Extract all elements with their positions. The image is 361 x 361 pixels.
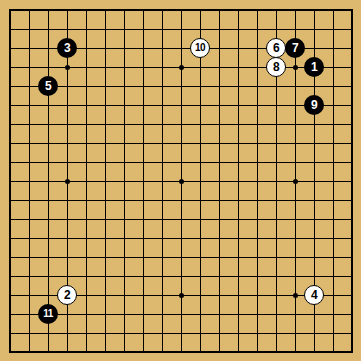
intersection[interactable]	[343, 58, 361, 77]
intersection[interactable]	[115, 96, 134, 115]
intersection[interactable]	[20, 77, 39, 96]
intersection[interactable]	[343, 20, 361, 39]
intersection[interactable]	[172, 172, 191, 191]
stone-black-1[interactable]: 1	[304, 57, 324, 77]
stone-white-6[interactable]: 6	[266, 38, 286, 58]
intersection[interactable]	[58, 172, 77, 191]
intersection[interactable]	[305, 305, 324, 324]
intersection[interactable]	[134, 153, 153, 172]
intersection[interactable]	[191, 20, 210, 39]
intersection[interactable]	[324, 210, 343, 229]
intersection[interactable]	[229, 343, 248, 361]
intersection[interactable]	[153, 134, 172, 153]
stone-white-8[interactable]: 8	[266, 57, 286, 77]
intersection[interactable]	[286, 229, 305, 248]
intersection[interactable]	[115, 172, 134, 191]
intersection[interactable]	[115, 1, 134, 20]
intersection[interactable]	[267, 305, 286, 324]
intersection[interactable]	[210, 210, 229, 229]
intersection[interactable]	[229, 134, 248, 153]
intersection[interactable]	[115, 77, 134, 96]
intersection[interactable]	[248, 96, 267, 115]
stone-white-10[interactable]: 10	[190, 38, 210, 58]
intersection[interactable]	[305, 39, 324, 58]
intersection[interactable]	[172, 305, 191, 324]
intersection[interactable]	[96, 20, 115, 39]
intersection[interactable]	[1, 115, 20, 134]
intersection[interactable]	[267, 20, 286, 39]
intersection[interactable]	[191, 134, 210, 153]
intersection[interactable]	[286, 343, 305, 361]
intersection[interactable]	[134, 1, 153, 20]
intersection[interactable]	[115, 248, 134, 267]
intersection[interactable]: 7	[286, 39, 305, 58]
intersection[interactable]	[248, 267, 267, 286]
intersection[interactable]	[267, 267, 286, 286]
intersection[interactable]	[324, 191, 343, 210]
intersection[interactable]	[172, 77, 191, 96]
intersection[interactable]	[305, 343, 324, 361]
intersection[interactable]	[324, 267, 343, 286]
intersection[interactable]	[248, 324, 267, 343]
intersection[interactable]	[115, 210, 134, 229]
intersection[interactable]	[77, 343, 96, 361]
stone-black-7[interactable]: 7	[285, 38, 305, 58]
intersection[interactable]	[58, 20, 77, 39]
intersection[interactable]	[134, 134, 153, 153]
intersection[interactable]	[229, 191, 248, 210]
intersection[interactable]	[39, 191, 58, 210]
intersection[interactable]	[343, 191, 361, 210]
intersection[interactable]	[305, 191, 324, 210]
intersection[interactable]	[58, 248, 77, 267]
intersection[interactable]	[1, 343, 20, 361]
intersection[interactable]	[77, 191, 96, 210]
intersection[interactable]	[77, 286, 96, 305]
intersection[interactable]	[1, 172, 20, 191]
intersection[interactable]	[96, 153, 115, 172]
intersection[interactable]	[153, 172, 172, 191]
intersection[interactable]	[343, 267, 361, 286]
intersection[interactable]	[77, 248, 96, 267]
intersection[interactable]	[248, 115, 267, 134]
intersection[interactable]	[20, 20, 39, 39]
intersection[interactable]	[191, 58, 210, 77]
intersection[interactable]	[1, 210, 20, 229]
intersection[interactable]	[267, 343, 286, 361]
intersection[interactable]	[305, 77, 324, 96]
intersection[interactable]	[210, 134, 229, 153]
intersection[interactable]	[77, 96, 96, 115]
intersection[interactable]	[248, 39, 267, 58]
intersection[interactable]	[39, 343, 58, 361]
intersection[interactable]	[39, 324, 58, 343]
intersection[interactable]	[77, 20, 96, 39]
intersection[interactable]	[343, 115, 361, 134]
intersection[interactable]	[96, 58, 115, 77]
intersection[interactable]	[248, 153, 267, 172]
intersection[interactable]	[153, 153, 172, 172]
intersection[interactable]	[39, 58, 58, 77]
intersection[interactable]	[134, 191, 153, 210]
intersection[interactable]	[343, 1, 361, 20]
intersection[interactable]	[58, 229, 77, 248]
intersection[interactable]	[153, 96, 172, 115]
intersection[interactable]	[153, 20, 172, 39]
intersection[interactable]	[343, 172, 361, 191]
intersection[interactable]	[286, 172, 305, 191]
intersection[interactable]	[343, 96, 361, 115]
intersection[interactable]	[153, 229, 172, 248]
intersection[interactable]	[229, 267, 248, 286]
intersection[interactable]	[248, 305, 267, 324]
intersection[interactable]	[96, 343, 115, 361]
intersection[interactable]	[1, 77, 20, 96]
intersection[interactable]	[191, 115, 210, 134]
intersection[interactable]	[172, 229, 191, 248]
intersection[interactable]	[115, 305, 134, 324]
intersection[interactable]: 8	[267, 58, 286, 77]
intersection[interactable]	[134, 39, 153, 58]
intersection[interactable]	[96, 324, 115, 343]
intersection[interactable]	[115, 191, 134, 210]
intersection[interactable]	[267, 286, 286, 305]
intersection[interactable]	[248, 229, 267, 248]
intersection[interactable]	[1, 1, 20, 20]
intersection[interactable]	[172, 58, 191, 77]
intersection[interactable]	[210, 324, 229, 343]
intersection[interactable]	[77, 115, 96, 134]
intersection[interactable]	[153, 343, 172, 361]
intersection[interactable]	[153, 286, 172, 305]
intersection[interactable]	[58, 305, 77, 324]
intersection[interactable]: 4	[305, 286, 324, 305]
intersection[interactable]	[115, 267, 134, 286]
intersection[interactable]	[39, 248, 58, 267]
intersection[interactable]	[58, 210, 77, 229]
intersection[interactable]	[153, 248, 172, 267]
intersection[interactable]	[134, 286, 153, 305]
intersection[interactable]	[305, 248, 324, 267]
intersection[interactable]	[343, 39, 361, 58]
intersection[interactable]: 11	[39, 305, 58, 324]
intersection[interactable]	[267, 191, 286, 210]
intersection[interactable]	[248, 172, 267, 191]
intersection[interactable]	[210, 229, 229, 248]
intersection[interactable]	[1, 96, 20, 115]
intersection[interactable]	[58, 267, 77, 286]
intersection[interactable]	[115, 286, 134, 305]
stone-white-4[interactable]: 4	[304, 285, 324, 305]
intersection[interactable]	[267, 229, 286, 248]
intersection[interactable]	[229, 96, 248, 115]
intersection[interactable]	[77, 210, 96, 229]
intersection[interactable]	[20, 39, 39, 58]
intersection[interactable]	[77, 324, 96, 343]
intersection[interactable]	[324, 248, 343, 267]
intersection[interactable]	[210, 267, 229, 286]
intersection[interactable]	[305, 1, 324, 20]
intersection[interactable]	[191, 343, 210, 361]
intersection[interactable]	[286, 77, 305, 96]
intersection[interactable]	[134, 248, 153, 267]
intersection[interactable]	[210, 191, 229, 210]
intersection[interactable]	[58, 96, 77, 115]
intersection[interactable]	[305, 20, 324, 39]
intersection[interactable]	[229, 77, 248, 96]
stone-white-2[interactable]: 2	[57, 285, 77, 305]
intersection[interactable]	[248, 210, 267, 229]
intersection[interactable]	[267, 153, 286, 172]
intersection[interactable]	[305, 229, 324, 248]
intersection[interactable]	[267, 248, 286, 267]
intersection[interactable]	[1, 191, 20, 210]
intersection[interactable]	[324, 305, 343, 324]
intersection[interactable]	[210, 58, 229, 77]
intersection[interactable]	[20, 305, 39, 324]
intersection[interactable]	[134, 20, 153, 39]
intersection[interactable]	[153, 39, 172, 58]
intersection[interactable]	[20, 58, 39, 77]
intersection[interactable]	[153, 267, 172, 286]
intersection[interactable]	[267, 77, 286, 96]
intersection[interactable]: 2	[58, 286, 77, 305]
intersection[interactable]	[191, 77, 210, 96]
intersection[interactable]	[286, 248, 305, 267]
intersection[interactable]	[305, 134, 324, 153]
intersection[interactable]	[153, 324, 172, 343]
intersection[interactable]	[134, 115, 153, 134]
intersection[interactable]	[172, 20, 191, 39]
intersection[interactable]	[210, 20, 229, 39]
intersection[interactable]	[172, 134, 191, 153]
intersection[interactable]	[267, 324, 286, 343]
intersection[interactable]	[153, 305, 172, 324]
intersection[interactable]	[210, 115, 229, 134]
intersection[interactable]	[210, 343, 229, 361]
intersection[interactable]	[134, 229, 153, 248]
intersection[interactable]	[134, 267, 153, 286]
intersection[interactable]	[191, 286, 210, 305]
intersection[interactable]	[343, 286, 361, 305]
intersection[interactable]	[343, 153, 361, 172]
intersection[interactable]	[267, 210, 286, 229]
intersection[interactable]	[343, 134, 361, 153]
intersection[interactable]	[248, 77, 267, 96]
intersection[interactable]	[58, 343, 77, 361]
intersection[interactable]	[20, 153, 39, 172]
intersection[interactable]	[324, 134, 343, 153]
intersection[interactable]	[96, 229, 115, 248]
intersection[interactable]	[343, 248, 361, 267]
intersection[interactable]	[58, 77, 77, 96]
intersection[interactable]	[172, 115, 191, 134]
intersection[interactable]	[1, 267, 20, 286]
intersection[interactable]	[172, 96, 191, 115]
intersection[interactable]	[229, 115, 248, 134]
intersection[interactable]	[20, 229, 39, 248]
intersection[interactable]	[210, 153, 229, 172]
intersection[interactable]	[210, 172, 229, 191]
intersection[interactable]	[229, 305, 248, 324]
intersection[interactable]	[324, 58, 343, 77]
intersection[interactable]	[134, 77, 153, 96]
intersection[interactable]	[39, 1, 58, 20]
intersection[interactable]	[210, 248, 229, 267]
intersection[interactable]	[20, 172, 39, 191]
intersection[interactable]	[248, 343, 267, 361]
intersection[interactable]	[229, 20, 248, 39]
intersection[interactable]	[115, 229, 134, 248]
intersection[interactable]	[286, 210, 305, 229]
intersection[interactable]	[20, 267, 39, 286]
intersection[interactable]: 6	[267, 39, 286, 58]
intersection[interactable]	[134, 324, 153, 343]
intersection[interactable]	[1, 20, 20, 39]
intersection[interactable]	[229, 324, 248, 343]
intersection[interactable]	[96, 96, 115, 115]
intersection[interactable]	[39, 134, 58, 153]
intersection[interactable]	[267, 115, 286, 134]
intersection[interactable]	[267, 96, 286, 115]
intersection[interactable]	[343, 77, 361, 96]
intersection[interactable]	[324, 115, 343, 134]
intersection[interactable]	[343, 229, 361, 248]
intersection[interactable]	[153, 115, 172, 134]
intersection[interactable]	[191, 324, 210, 343]
intersection[interactable]	[77, 77, 96, 96]
intersection[interactable]	[324, 1, 343, 20]
intersection[interactable]	[39, 267, 58, 286]
intersection[interactable]	[229, 58, 248, 77]
intersection[interactable]	[248, 248, 267, 267]
intersection[interactable]	[248, 286, 267, 305]
intersection[interactable]: 10	[191, 39, 210, 58]
intersection[interactable]	[1, 153, 20, 172]
intersection[interactable]	[39, 20, 58, 39]
intersection[interactable]	[286, 286, 305, 305]
intersection[interactable]	[324, 286, 343, 305]
stone-black-11[interactable]: 11	[38, 304, 58, 324]
intersection[interactable]	[1, 305, 20, 324]
intersection[interactable]	[210, 305, 229, 324]
intersection[interactable]	[134, 305, 153, 324]
intersection[interactable]	[172, 343, 191, 361]
intersection[interactable]	[172, 248, 191, 267]
intersection[interactable]	[77, 229, 96, 248]
intersection[interactable]	[77, 1, 96, 20]
intersection[interactable]	[58, 324, 77, 343]
intersection[interactable]	[58, 134, 77, 153]
intersection[interactable]	[39, 286, 58, 305]
intersection[interactable]	[172, 39, 191, 58]
intersection[interactable]	[96, 286, 115, 305]
intersection[interactable]	[77, 172, 96, 191]
intersection[interactable]	[96, 305, 115, 324]
intersection[interactable]	[20, 191, 39, 210]
intersection[interactable]	[191, 153, 210, 172]
intersection[interactable]	[305, 153, 324, 172]
intersection[interactable]	[191, 191, 210, 210]
intersection[interactable]	[20, 115, 39, 134]
intersection[interactable]	[58, 153, 77, 172]
intersection[interactable]	[229, 248, 248, 267]
intersection[interactable]	[210, 96, 229, 115]
stone-black-5[interactable]: 5	[38, 76, 58, 96]
intersection[interactable]	[324, 324, 343, 343]
intersection[interactable]	[115, 134, 134, 153]
intersection[interactable]	[324, 77, 343, 96]
intersection[interactable]	[229, 39, 248, 58]
intersection[interactable]	[324, 96, 343, 115]
intersection[interactable]	[286, 96, 305, 115]
intersection[interactable]	[324, 20, 343, 39]
intersection[interactable]	[134, 58, 153, 77]
intersection[interactable]	[96, 39, 115, 58]
intersection[interactable]	[248, 20, 267, 39]
intersection[interactable]	[305, 267, 324, 286]
intersection[interactable]	[153, 191, 172, 210]
intersection[interactable]	[1, 229, 20, 248]
intersection[interactable]	[20, 134, 39, 153]
intersection[interactable]	[172, 191, 191, 210]
intersection[interactable]	[39, 115, 58, 134]
intersection[interactable]	[191, 1, 210, 20]
intersection[interactable]	[115, 324, 134, 343]
intersection[interactable]	[305, 210, 324, 229]
intersection[interactable]	[96, 191, 115, 210]
intersection[interactable]	[96, 77, 115, 96]
intersection[interactable]	[20, 210, 39, 229]
intersection[interactable]	[248, 1, 267, 20]
intersection[interactable]	[191, 305, 210, 324]
intersection[interactable]	[153, 1, 172, 20]
intersection[interactable]	[172, 153, 191, 172]
intersection[interactable]	[115, 115, 134, 134]
intersection[interactable]	[1, 134, 20, 153]
intersection[interactable]	[172, 324, 191, 343]
intersection[interactable]	[115, 153, 134, 172]
intersection[interactable]	[134, 210, 153, 229]
intersection[interactable]	[210, 286, 229, 305]
stone-black-9[interactable]: 9	[304, 95, 324, 115]
intersection[interactable]	[229, 286, 248, 305]
intersection[interactable]: 1	[305, 58, 324, 77]
intersection[interactable]	[248, 58, 267, 77]
intersection[interactable]	[58, 58, 77, 77]
intersection[interactable]	[134, 172, 153, 191]
intersection[interactable]	[191, 267, 210, 286]
intersection[interactable]	[305, 324, 324, 343]
intersection[interactable]	[77, 153, 96, 172]
intersection[interactable]	[286, 1, 305, 20]
intersection[interactable]	[39, 39, 58, 58]
intersection[interactable]	[1, 324, 20, 343]
intersection[interactable]	[343, 305, 361, 324]
intersection[interactable]	[115, 20, 134, 39]
intersection[interactable]	[229, 210, 248, 229]
intersection[interactable]	[39, 229, 58, 248]
intersection[interactable]	[96, 1, 115, 20]
intersection[interactable]	[77, 58, 96, 77]
intersection[interactable]	[96, 115, 115, 134]
intersection[interactable]	[58, 115, 77, 134]
intersection[interactable]	[39, 172, 58, 191]
intersection[interactable]: 9	[305, 96, 324, 115]
intersection[interactable]	[324, 153, 343, 172]
intersection[interactable]	[229, 229, 248, 248]
intersection[interactable]	[134, 343, 153, 361]
